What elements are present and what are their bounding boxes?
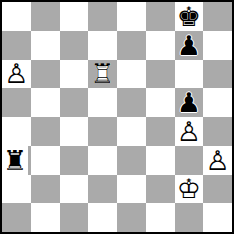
white-pawn-glyph: ♙: [2, 60, 31, 89]
white-pawn[interactable]: ♟♙: [175, 117, 204, 146]
square-f6[interactable]: [146, 60, 175, 89]
square-f1[interactable]: [146, 203, 175, 232]
square-f3[interactable]: [146, 146, 175, 175]
square-a4[interactable]: [2, 117, 31, 146]
square-c5[interactable]: [60, 88, 89, 117]
square-e3[interactable]: [117, 146, 146, 175]
black-pawn[interactable]: ♟: [175, 31, 204, 60]
square-h7[interactable]: [203, 31, 232, 60]
chess-board: ♚♟♟♙♜♖♟♟♙♜♟♙♚♔: [0, 0, 234, 234]
square-e8[interactable]: [117, 2, 146, 31]
square-h4[interactable]: [203, 117, 232, 146]
square-b6[interactable]: [31, 60, 60, 89]
square-f5[interactable]: [146, 88, 175, 117]
square-d6[interactable]: ♜♖: [88, 60, 117, 89]
square-h6[interactable]: [203, 60, 232, 89]
square-b3[interactable]: [31, 146, 60, 175]
square-e2[interactable]: [117, 175, 146, 204]
black-pawn-glyph: ♟: [175, 88, 204, 117]
square-g1[interactable]: [175, 203, 204, 232]
square-g4[interactable]: ♟♙: [175, 117, 204, 146]
square-b4[interactable]: [31, 117, 60, 146]
square-g5[interactable]: ♟: [175, 88, 204, 117]
white-rook-glyph: ♖: [88, 60, 117, 89]
white-pawn-glyph: ♙: [175, 117, 204, 146]
square-g6[interactable]: [175, 60, 204, 89]
black-pawn-glyph: ♟: [175, 31, 204, 60]
square-f8[interactable]: [146, 2, 175, 31]
square-c4[interactable]: [60, 117, 89, 146]
square-e6[interactable]: [117, 60, 146, 89]
square-g3[interactable]: [175, 146, 204, 175]
square-c8[interactable]: [60, 2, 89, 31]
white-pawn-fill: ♟: [2, 60, 31, 89]
square-c6[interactable]: [60, 60, 89, 89]
square-g2[interactable]: ♚♔: [175, 175, 204, 204]
square-a3[interactable]: ♜: [2, 146, 31, 175]
square-g8[interactable]: ♚: [175, 2, 204, 31]
square-b2[interactable]: [31, 175, 60, 204]
square-d1[interactable]: [88, 203, 117, 232]
square-h8[interactable]: [203, 2, 232, 31]
square-a2[interactable]: [2, 175, 31, 204]
white-king-glyph: ♔: [175, 175, 204, 204]
square-b8[interactable]: [31, 2, 60, 31]
square-h3[interactable]: ♟♙: [203, 146, 232, 175]
square-e7[interactable]: [117, 31, 146, 60]
square-e1[interactable]: [117, 203, 146, 232]
square-a6[interactable]: ♟♙: [2, 60, 31, 89]
square-h1[interactable]: [203, 203, 232, 232]
black-rook-glyph: ♜: [2, 146, 28, 175]
white-pawn[interactable]: ♟♙: [2, 60, 31, 89]
square-d5[interactable]: [88, 88, 117, 117]
square-c3[interactable]: [60, 146, 89, 175]
square-b7[interactable]: [31, 31, 60, 60]
square-g7[interactable]: ♟: [175, 31, 204, 60]
white-pawn-fill: ♟: [175, 117, 204, 146]
white-rook-fill: ♜: [88, 60, 117, 89]
square-d3[interactable]: [88, 146, 117, 175]
square-b1[interactable]: [31, 203, 60, 232]
square-a8[interactable]: [2, 2, 31, 31]
square-d8[interactable]: [88, 2, 117, 31]
white-tile-artifact: ♜: [2, 146, 28, 175]
square-a1[interactable]: [2, 203, 31, 232]
square-f7[interactable]: [146, 31, 175, 60]
square-a5[interactable]: [2, 88, 31, 117]
square-c1[interactable]: [60, 203, 89, 232]
black-king-glyph: ♚: [175, 2, 204, 31]
square-c7[interactable]: [60, 31, 89, 60]
square-e5[interactable]: [117, 88, 146, 117]
square-f2[interactable]: [146, 175, 175, 204]
white-pawn-glyph: ♙: [203, 146, 232, 175]
square-d7[interactable]: [88, 31, 117, 60]
black-king[interactable]: ♚: [175, 2, 204, 31]
square-h5[interactable]: [203, 88, 232, 117]
square-e4[interactable]: [117, 117, 146, 146]
square-a7[interactable]: [2, 31, 31, 60]
black-pawn[interactable]: ♟: [175, 88, 204, 117]
white-pawn-fill: ♟: [203, 146, 232, 175]
square-h2[interactable]: [203, 175, 232, 204]
square-f4[interactable]: [146, 117, 175, 146]
white-rook[interactable]: ♜♖: [88, 60, 117, 89]
square-c2[interactable]: [60, 175, 89, 204]
white-pawn[interactable]: ♟♙: [203, 146, 232, 175]
white-king-fill: ♚: [175, 175, 204, 204]
square-b5[interactable]: [31, 88, 60, 117]
square-d2[interactable]: [88, 175, 117, 204]
square-d4[interactable]: [88, 117, 117, 146]
black-rook[interactable]: ♜: [2, 146, 28, 175]
white-king[interactable]: ♚♔: [175, 175, 204, 204]
